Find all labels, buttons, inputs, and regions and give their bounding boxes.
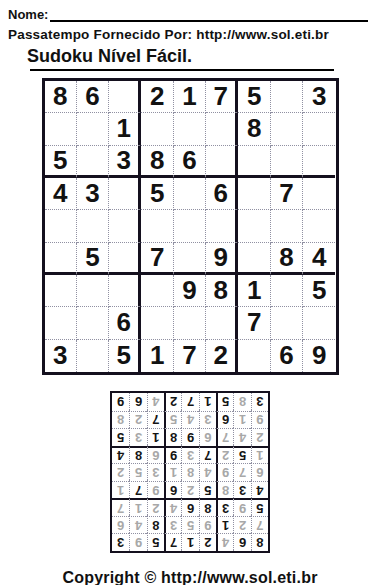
main-cell-r8c6	[206, 307, 238, 339]
main-cell-r3c9	[303, 146, 335, 178]
solution-cell-r1c1: 8	[251, 533, 268, 551]
main-cell-r1c3	[109, 81, 141, 113]
main-cell-r7c8	[271, 275, 303, 307]
main-cell-r7c2	[77, 275, 109, 307]
main-cell-r5c7	[238, 210, 270, 242]
main-cell-r1c6: 7	[206, 81, 238, 113]
solution-cell-r5c3: 9	[216, 463, 233, 481]
name-underline	[50, 8, 368, 22]
main-cell-r7c1	[45, 275, 77, 307]
solution-cell-r2c5: 5	[181, 516, 198, 534]
solution-cell-r9c5: 7	[181, 393, 198, 411]
main-cell-r9c5: 7	[174, 340, 206, 372]
solution-cell-r9c4: 1	[199, 393, 216, 411]
main-cell-r4c3	[109, 178, 141, 210]
solution-cell-r6c9: 4	[112, 446, 129, 464]
main-cell-r7c9: 5	[303, 275, 335, 307]
solution-cell-r5c4: 4	[199, 463, 216, 481]
solution-cell-r4c9: 1	[112, 481, 129, 499]
solution-cell-r9c7: 4	[147, 393, 164, 411]
main-cell-r7c5: 9	[174, 275, 206, 307]
main-cell-r4c1: 4	[45, 178, 77, 210]
main-cell-r8c8	[271, 307, 303, 339]
solution-cell-r2c8: 4	[129, 516, 146, 534]
solution-cell-r5c8: 5	[129, 463, 146, 481]
main-cell-r5c2	[77, 210, 109, 242]
solution-cell-r6c1: 1	[251, 446, 268, 464]
main-cell-r8c7: 7	[238, 307, 270, 339]
main-cell-r7c7: 1	[238, 275, 270, 307]
solution-cell-r1c4: 2	[199, 533, 216, 551]
solution-cell-r7c5: 9	[181, 428, 198, 446]
solution-cell-r4c5: 2	[181, 481, 198, 499]
solution-cell-r4c3: 8	[216, 481, 233, 499]
main-cell-r1c5: 1	[174, 81, 206, 113]
main-cell-r4c9	[303, 178, 335, 210]
main-cell-r6c3	[109, 243, 141, 275]
main-cell-r5c3	[109, 210, 141, 242]
solution-cell-r3c1: 5	[251, 498, 268, 516]
name-row: Nome:	[0, 0, 380, 22]
solution-cell-r5c6: 1	[164, 463, 181, 481]
main-cell-r8c4	[141, 307, 173, 339]
solution-cell-r4c4: 5	[199, 481, 216, 499]
main-cell-r2c4	[141, 113, 173, 145]
solution-cell-r7c9: 5	[112, 428, 129, 446]
name-label: Nome:	[8, 7, 48, 22]
main-cell-r5c5	[174, 210, 206, 242]
main-cell-r5c8	[271, 210, 303, 242]
solution-cell-r2c2: 2	[233, 516, 250, 534]
solution-cell-r9c2: 8	[233, 393, 250, 411]
solution-cell-r5c7: 3	[147, 463, 164, 481]
solution-cell-r8c3: 6	[216, 411, 233, 429]
solution-cell-r6c5: 3	[181, 446, 198, 464]
main-cell-r5c6	[206, 210, 238, 242]
solution-cell-r3c2: 9	[233, 498, 250, 516]
main-cell-r3c5: 6	[174, 146, 206, 178]
solution-cell-r9c8: 6	[129, 393, 146, 411]
main-cell-r1c2: 6	[77, 81, 109, 113]
solution-cell-r8c6: 5	[164, 411, 181, 429]
main-cell-r2c2	[77, 113, 109, 145]
main-cell-r4c4: 5	[141, 178, 173, 210]
solution-cell-r2c6: 3	[164, 516, 181, 534]
solution-cell-r7c7: 1	[147, 428, 164, 446]
main-cell-r1c1: 8	[45, 81, 77, 113]
solution-cell-r1c8: 9	[129, 533, 146, 551]
main-cell-r9c2	[77, 340, 109, 372]
title-underline	[30, 69, 334, 71]
main-cell-r1c7: 5	[238, 81, 270, 113]
solution-cell-r4c2: 3	[233, 481, 250, 499]
solution-cell-r7c3: 7	[216, 428, 233, 446]
solution-cell-r9c1: 3	[251, 393, 268, 411]
solution-cell-r1c9: 3	[112, 533, 129, 551]
solution-cell-r5c9: 2	[112, 463, 129, 481]
solution-cell-r8c4: 3	[199, 411, 216, 429]
solution-cell-r7c2: 4	[233, 428, 250, 446]
main-cell-r2c9	[303, 113, 335, 145]
main-cell-r4c5	[174, 178, 206, 210]
main-cell-r6c7	[238, 243, 270, 275]
solution-cell-r8c9: 8	[112, 411, 129, 429]
main-cell-r2c8	[271, 113, 303, 145]
solution-cell-r7c1: 2	[251, 428, 268, 446]
solution-cell-r7c6: 8	[164, 428, 181, 446]
main-cell-r6c9: 4	[303, 243, 335, 275]
main-cell-r6c8: 8	[271, 243, 303, 275]
solution-cell-r1c3: 4	[216, 533, 233, 551]
solution-cell-r6c7: 6	[147, 446, 164, 464]
main-cell-r7c4	[141, 275, 173, 307]
solution-cell-r9c6: 2	[164, 393, 181, 411]
solution-cell-r3c3: 3	[216, 498, 233, 516]
main-cell-r4c6: 6	[206, 178, 238, 210]
solution-cell-r1c6: 7	[164, 533, 181, 551]
main-cell-r5c1	[45, 210, 77, 242]
main-cell-r3c4: 8	[141, 146, 173, 178]
main-cell-r2c7: 8	[238, 113, 270, 145]
solution-cell-r4c8: 7	[129, 481, 146, 499]
main-cell-r9c6: 2	[206, 340, 238, 372]
main-cell-r9c7	[238, 340, 270, 372]
solution-cell-r1c7: 5	[147, 533, 164, 551]
main-cell-r9c9: 9	[303, 340, 335, 372]
solution-cell-r5c2: 7	[233, 463, 250, 481]
solution-cell-r8c5: 4	[181, 411, 198, 429]
solution-cell-r6c8: 8	[129, 446, 146, 464]
solution-cell-r3c4: 8	[199, 498, 216, 516]
solution-cell-r2c4: 9	[199, 516, 216, 534]
solution-cell-r8c2: 1	[233, 411, 250, 429]
solution-cell-r3c8: 1	[129, 498, 146, 516]
main-cell-r3c8	[271, 146, 303, 178]
main-cell-r6c1	[45, 243, 77, 275]
main-cell-r2c3: 1	[109, 113, 141, 145]
main-cell-r4c7	[238, 178, 270, 210]
main-cell-r7c3	[109, 275, 141, 307]
solution-cell-r2c3: 1	[216, 516, 233, 534]
solution-grid-rotated: 8642175937219538465938642174385269716794…	[110, 391, 270, 553]
main-cell-r3c1: 5	[45, 146, 77, 178]
solution-cell-r2c7: 8	[147, 516, 164, 534]
main-cell-r8c9	[303, 307, 335, 339]
page-title: Sudoku Nível Fácil.	[27, 46, 380, 67]
solution-cell-r8c1: 9	[251, 411, 268, 429]
main-cell-r8c3: 6	[109, 307, 141, 339]
worksheet-page: Nome: Passatempo Fornecido Por: http://w…	[0, 0, 380, 585]
main-cell-r2c5	[174, 113, 206, 145]
solution-cell-r6c6: 9	[164, 446, 181, 464]
solution-cell-r7c8: 3	[129, 428, 146, 446]
main-cell-r8c2	[77, 307, 109, 339]
main-cell-r2c1	[45, 113, 77, 145]
main-cell-r4c2: 3	[77, 178, 109, 210]
solution-cell-r2c1: 7	[251, 516, 268, 534]
solution-cell-r8c7: 7	[147, 411, 164, 429]
provider-line: Passatempo Fornecido Por: http://www.sol…	[8, 27, 372, 42]
footer-copyright: Copyright © http://www.sol.eti.br	[0, 569, 380, 585]
main-cell-r9c3: 5	[109, 340, 141, 372]
main-grid-container: 862175318538643567579849815673517269	[0, 78, 380, 375]
solution-cell-r5c1: 6	[251, 463, 268, 481]
solution-cell-r1c2: 6	[233, 533, 250, 551]
solution-cell-r4c6: 6	[164, 481, 181, 499]
solution-cell-r5c5: 8	[181, 463, 198, 481]
main-cell-r9c8: 6	[271, 340, 303, 372]
solution-grid-container: 8642175937219538465938642174385269716794…	[0, 391, 380, 553]
solution-cell-r4c7: 9	[147, 481, 164, 499]
main-cell-r6c5	[174, 243, 206, 275]
main-cell-r3c3: 3	[109, 146, 141, 178]
main-cell-r6c4: 7	[141, 243, 173, 275]
main-cell-r3c6	[206, 146, 238, 178]
main-cell-r6c6: 9	[206, 243, 238, 275]
solution-cell-r9c3: 5	[216, 393, 233, 411]
main-cell-r5c4	[141, 210, 173, 242]
main-cell-r9c1: 3	[45, 340, 77, 372]
main-cell-r1c4: 2	[141, 81, 173, 113]
solution-cell-r1c5: 1	[181, 533, 198, 551]
main-cell-r7c6: 8	[206, 275, 238, 307]
main-cell-r3c7	[238, 146, 270, 178]
main-cell-r1c9: 3	[303, 81, 335, 113]
main-cell-r9c4: 1	[141, 340, 173, 372]
main-cell-r4c8: 7	[271, 178, 303, 210]
solution-cell-r7c4: 6	[199, 428, 216, 446]
solution-cell-r3c5: 6	[181, 498, 198, 516]
solution-cell-r6c4: 7	[199, 446, 216, 464]
main-cell-r6c2: 5	[77, 243, 109, 275]
solution-cell-r9c9: 9	[112, 393, 129, 411]
solution-cell-r2c9: 6	[112, 516, 129, 534]
solution-cell-r6c3: 2	[216, 446, 233, 464]
solution-cell-r4c1: 4	[251, 481, 268, 499]
solution-cell-r3c7: 2	[147, 498, 164, 516]
solution-cell-r6c2: 5	[233, 446, 250, 464]
solution-cell-r3c9: 7	[112, 498, 129, 516]
main-cell-r5c9	[303, 210, 335, 242]
solution-cell-r8c8: 2	[129, 411, 146, 429]
main-cell-r8c1	[45, 307, 77, 339]
main-cell-r8c5	[174, 307, 206, 339]
main-cell-r1c8	[271, 81, 303, 113]
solution-cell-r3c6: 4	[164, 498, 181, 516]
main-sudoku-grid: 862175318538643567579849815673517269	[42, 78, 339, 375]
main-cell-r3c2	[77, 146, 109, 178]
main-cell-r2c6	[206, 113, 238, 145]
